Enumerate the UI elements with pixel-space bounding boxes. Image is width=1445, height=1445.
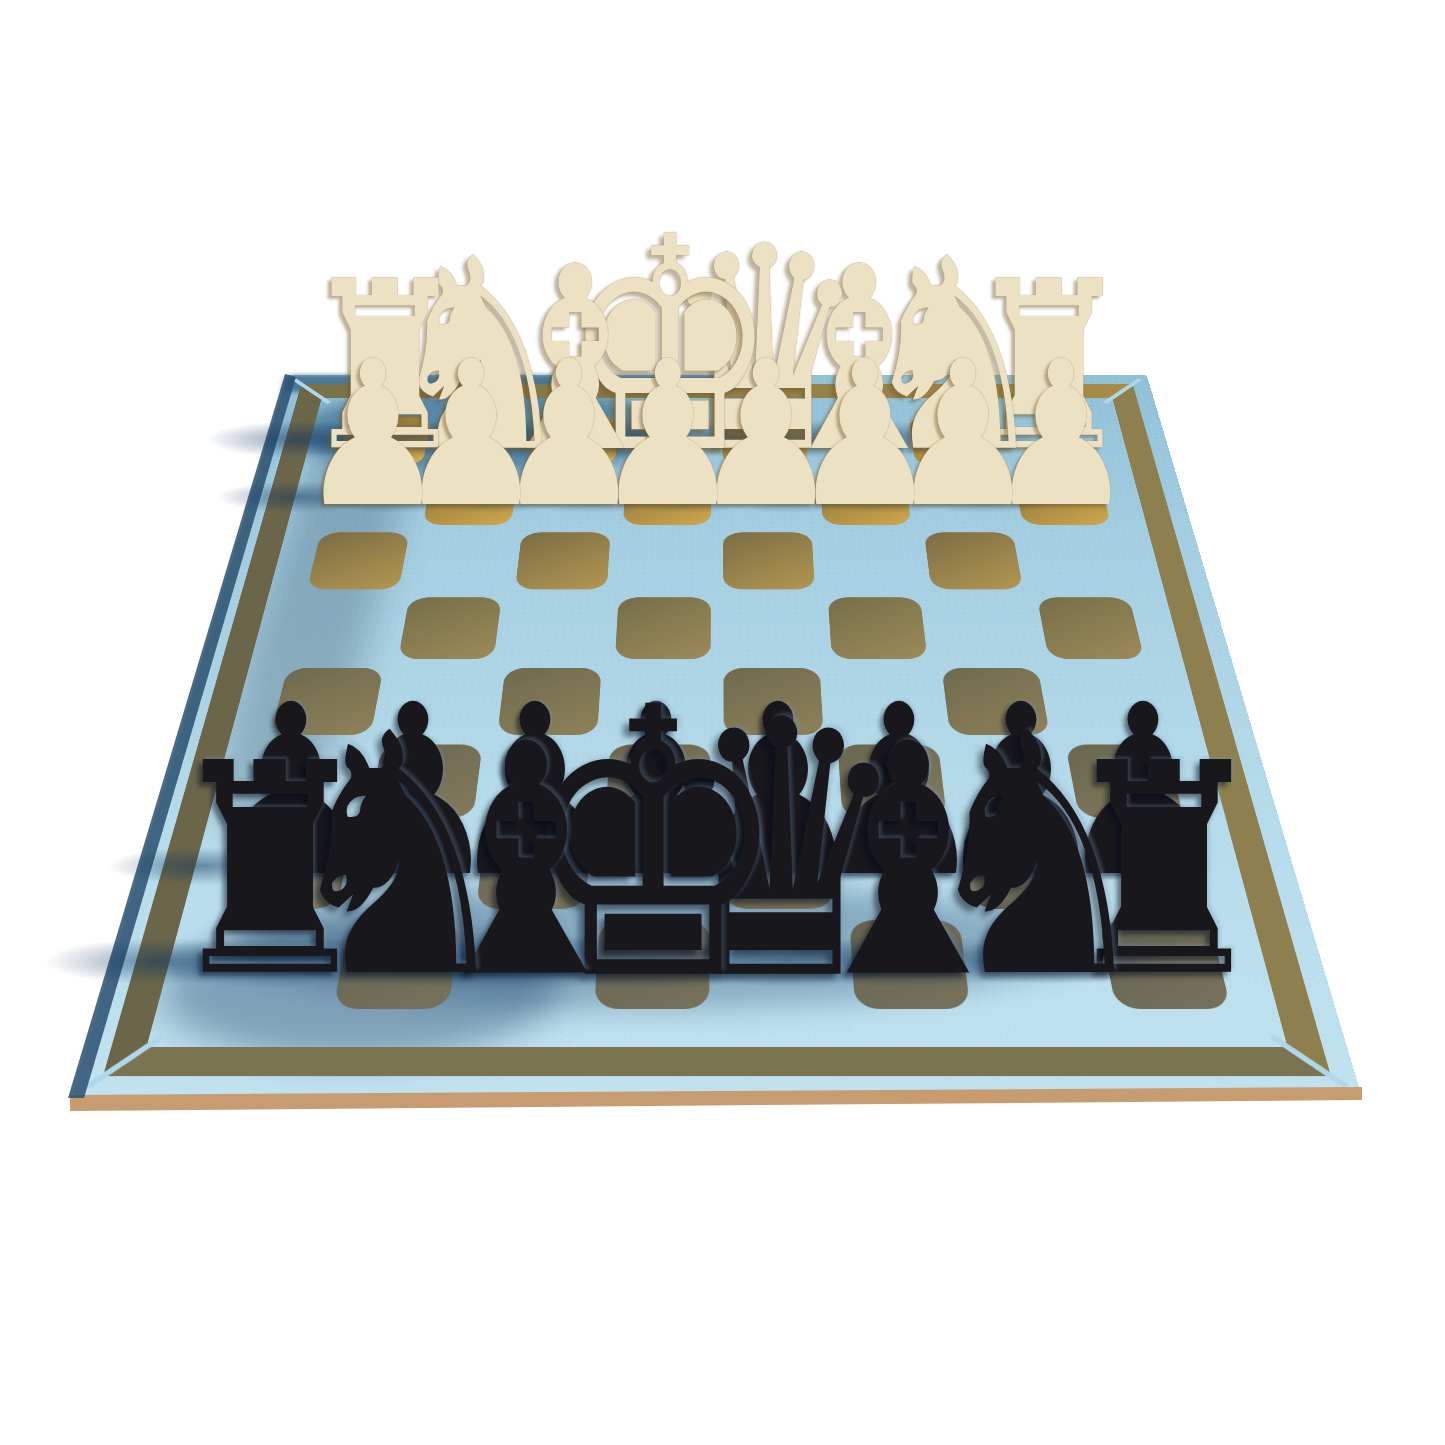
piece-shadow bbox=[472, 847, 661, 885]
scene: ♜♞♝♛♚♝♞♜♟♟♟♟♟♟♟♟♟♟♟♟♟♟♟♟♜♞♝♛♚♝♞♜ bbox=[0, 0, 1445, 1445]
piece-shadow bbox=[594, 847, 783, 885]
piece-shadow bbox=[806, 481, 967, 513]
piece-white-knight-b1: ♞ bbox=[856, 224, 1051, 489]
piece-shadow bbox=[377, 419, 580, 460]
piece-white-pawn-d2: ♟ bbox=[692, 334, 840, 535]
piece-black-pawn-f7: ♟ bbox=[448, 674, 621, 910]
piece-white-knight-g1: ♞ bbox=[383, 224, 578, 489]
piece-black-knight-b8: ♞ bbox=[914, 691, 1159, 1024]
piece-black-knight-g8: ♞ bbox=[276, 691, 521, 1024]
piece-shadow bbox=[544, 416, 770, 461]
piece-shadow bbox=[715, 847, 904, 885]
piece-black-rook-h8: ♜ bbox=[163, 725, 377, 1016]
piece-shadow bbox=[314, 481, 475, 513]
piece-black-pawn-d7: ♟ bbox=[691, 674, 864, 910]
piece-shadow bbox=[216, 481, 377, 513]
piece-shadow bbox=[364, 931, 661, 990]
piece-white-rook-a1: ♜ bbox=[963, 251, 1134, 483]
piece-black-pawn-e7: ♟ bbox=[569, 674, 742, 910]
piece-shadow bbox=[274, 418, 486, 460]
piece-black-pawn-g7: ♟ bbox=[326, 674, 499, 910]
piece-shadow bbox=[904, 481, 1065, 513]
piece-shadow bbox=[609, 481, 770, 513]
pieces-layer: ♜♞♝♛♚♝♞♜♟♟♟♟♟♟♟♟♟♟♟♟♟♟♟♟♜♞♝♛♚♝♞♜ bbox=[0, 0, 1445, 1445]
piece-white-pawn-g2: ♟ bbox=[397, 334, 545, 535]
piece-white-bishop-c1: ♝ bbox=[766, 233, 953, 487]
piece-shadow bbox=[107, 847, 296, 885]
piece-shadow bbox=[511, 481, 672, 513]
piece-white-pawn-h2: ♟ bbox=[299, 334, 447, 535]
piece-shadow bbox=[937, 938, 1170, 985]
piece-shadow bbox=[43, 938, 276, 985]
piece-white-pawn-f2: ♟ bbox=[496, 334, 644, 535]
piece-shadow bbox=[138, 934, 404, 987]
piece-black-bishop-c8: ♝ bbox=[791, 702, 1026, 1021]
piece-white-bishop-f1: ♝ bbox=[482, 233, 669, 487]
piece-white-pawn-c2: ♟ bbox=[791, 334, 939, 535]
piece-shadow bbox=[958, 847, 1147, 885]
piece-black-rook-a8: ♜ bbox=[1057, 725, 1271, 1016]
piece-black-bishop-f8: ♝ bbox=[408, 702, 643, 1021]
piece-white-pawn-a2: ♟ bbox=[987, 334, 1135, 535]
piece-shadow bbox=[413, 481, 574, 513]
piece-shadow bbox=[205, 421, 391, 458]
piece-shadow bbox=[505, 933, 788, 990]
piece-shadow bbox=[440, 415, 676, 462]
piece-shadow bbox=[747, 418, 959, 460]
piece-shadow bbox=[277, 936, 532, 987]
piece-white-pawn-e2: ♟ bbox=[594, 334, 742, 535]
piece-shadow bbox=[837, 847, 1026, 885]
piece-shadow bbox=[708, 481, 869, 513]
piece-shadow bbox=[776, 934, 1042, 987]
piece-white-queen-d1: ♛ bbox=[661, 210, 868, 492]
piece-shadow bbox=[660, 936, 915, 987]
piece-shadow bbox=[661, 419, 864, 460]
piece-shadow bbox=[868, 421, 1054, 458]
piece-black-pawn-b7: ♟ bbox=[934, 674, 1107, 910]
piece-black-pawn-h7: ♟ bbox=[205, 674, 378, 910]
piece-white-rook-h1: ♜ bbox=[300, 251, 471, 483]
piece-black-pawn-c7: ♟ bbox=[813, 674, 986, 910]
piece-white-king-e1: ♚ bbox=[561, 199, 778, 494]
piece-black-king-e8: ♚ bbox=[517, 660, 790, 1031]
piece-white-pawn-b2: ♟ bbox=[889, 334, 1037, 535]
piece-shadow bbox=[229, 847, 418, 885]
piece-shadow bbox=[351, 847, 540, 885]
piece-black-queen-d8: ♛ bbox=[651, 674, 911, 1028]
piece-black-pawn-a7: ♟ bbox=[1056, 674, 1229, 910]
